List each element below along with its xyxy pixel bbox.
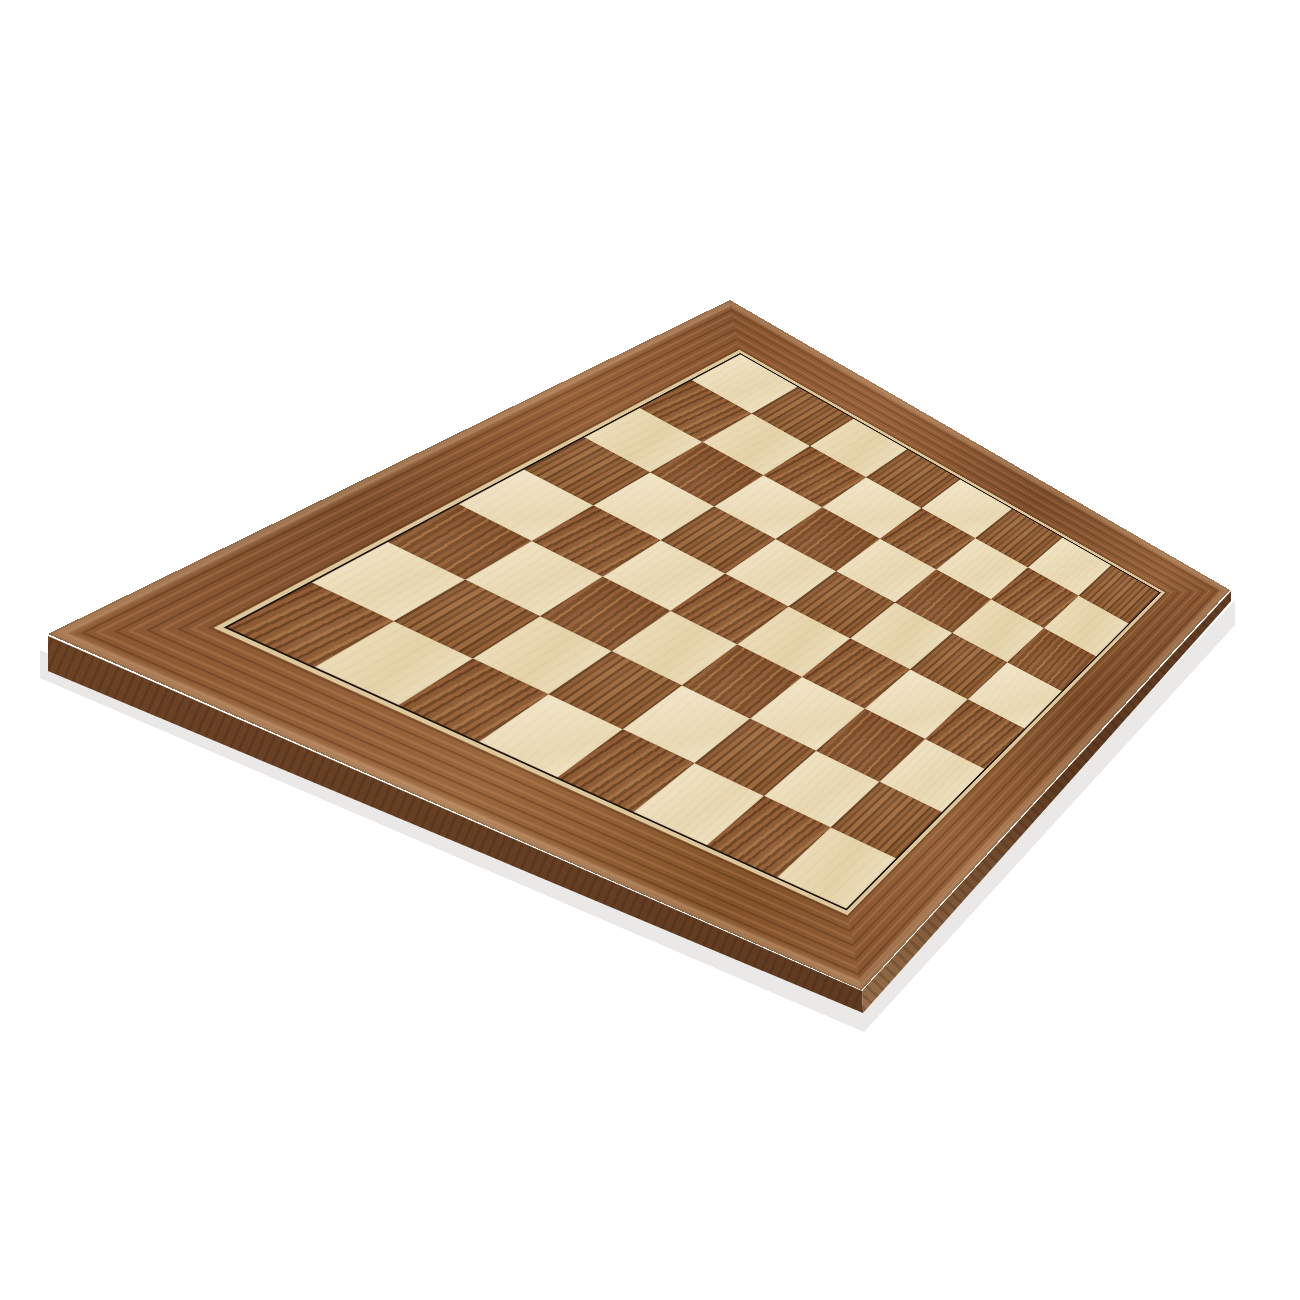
product-photo <box>0 0 1300 1300</box>
board-top-surface <box>48 300 1230 990</box>
chess-board <box>48 300 1230 990</box>
squares-grid <box>228 354 1159 908</box>
inlay-line-border <box>224 353 1161 910</box>
maple-fillet <box>214 350 1166 915</box>
